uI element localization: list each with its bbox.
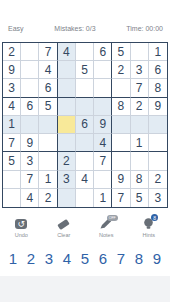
hints-label: Hints: [142, 232, 155, 238]
numpad-7[interactable]: 7: [112, 250, 130, 267]
cell-r6c3[interactable]: [39, 134, 57, 152]
pencil-icon: OFF: [99, 217, 114, 230]
numpad-5[interactable]: 5: [76, 250, 94, 267]
cell-r3c8[interactable]: 7: [131, 79, 149, 97]
cell-r3c9[interactable]: 8: [149, 79, 167, 97]
toolbar: ↺ Undo Clear OFF Notes: [0, 217, 170, 238]
cell-r1c9[interactable]: 1: [149, 43, 167, 61]
cell-r3c6[interactable]: [94, 79, 112, 97]
cell-r1c2[interactable]: [21, 43, 39, 61]
cell-r7c1[interactable]: 5: [3, 152, 21, 170]
cell-r3c2[interactable]: [21, 79, 39, 97]
cell-r1c8[interactable]: [131, 43, 149, 61]
cell-r4c9[interactable]: 9: [149, 98, 167, 116]
cell-r6c2[interactable]: 9: [21, 134, 39, 152]
number-pad: 123456789: [4, 250, 166, 267]
cell-r3c5[interactable]: [76, 79, 94, 97]
cell-r6c4[interactable]: [58, 134, 76, 152]
top-bar: Easy Mistakes: 0/3 Time: 00:00: [8, 25, 163, 32]
cell-r9c2[interactable]: 4: [21, 189, 39, 207]
undo-button[interactable]: ↺ Undo: [0, 217, 43, 238]
numpad-4[interactable]: 4: [58, 250, 76, 267]
cell-r9c5[interactable]: [76, 189, 94, 207]
undo-label: Undo: [15, 232, 28, 238]
cell-r5c4[interactable]: [58, 116, 76, 134]
cell-r6c7[interactable]: [112, 134, 130, 152]
cell-r7c5[interactable]: [76, 152, 94, 170]
footer-space: [0, 276, 170, 302]
cell-r1c1[interactable]: 2: [3, 43, 21, 61]
notes-badge: OFF: [107, 215, 118, 221]
cell-r1c4[interactable]: 4: [58, 43, 76, 61]
cell-r7c7[interactable]: [112, 152, 130, 170]
cell-r5c3[interactable]: [39, 116, 57, 134]
cell-r3c3[interactable]: 6: [39, 79, 57, 97]
cell-r4c5[interactable]: [76, 98, 94, 116]
cell-r6c9[interactable]: [149, 134, 167, 152]
cell-r8c6[interactable]: [94, 171, 112, 189]
cell-r7c3[interactable]: [39, 152, 57, 170]
cell-r9c6[interactable]: 1: [94, 189, 112, 207]
numpad-1[interactable]: 1: [4, 250, 22, 267]
cell-r2c3[interactable]: 4: [39, 61, 57, 79]
cell-r6c1[interactable]: 7: [3, 134, 21, 152]
numpad-8[interactable]: 8: [130, 250, 148, 267]
numpad-2[interactable]: 2: [22, 250, 40, 267]
cell-r3c4[interactable]: [58, 79, 76, 97]
cell-r1c3[interactable]: 7: [39, 43, 57, 61]
cell-r9c1[interactable]: [3, 189, 21, 207]
cell-r8c8[interactable]: 8: [131, 171, 149, 189]
cell-r7c6[interactable]: 7: [94, 152, 112, 170]
cell-r8c1[interactable]: [3, 171, 21, 189]
cell-r5c7[interactable]: [112, 116, 130, 134]
cell-r7c9[interactable]: [149, 152, 167, 170]
cell-r4c7[interactable]: 8: [112, 98, 130, 116]
cell-r2c6[interactable]: [94, 61, 112, 79]
cell-r5c1[interactable]: 1: [3, 116, 21, 134]
cell-r9c7[interactable]: 7: [112, 189, 130, 207]
cell-r6c6[interactable]: 4: [94, 134, 112, 152]
clear-label: Clear: [57, 232, 70, 238]
sudoku-app: Easy Mistakes: 0/3 Time: 00:00 274651945…: [0, 0, 170, 302]
cell-r7c4[interactable]: 2: [58, 152, 76, 170]
numpad-9[interactable]: 9: [148, 250, 166, 267]
cell-r9c4[interactable]: [58, 189, 76, 207]
cell-r2c1[interactable]: 9: [3, 61, 21, 79]
cell-r2c7[interactable]: 2: [112, 61, 130, 79]
cell-r4c3[interactable]: 5: [39, 98, 57, 116]
cell-r2c5[interactable]: 5: [76, 61, 94, 79]
cell-r4c4[interactable]: [58, 98, 76, 116]
cell-r5c6[interactable]: 9: [94, 116, 112, 134]
cell-r4c8[interactable]: 2: [131, 98, 149, 116]
cell-r3c1[interactable]: 3: [3, 79, 21, 97]
cell-r1c7[interactable]: 5: [112, 43, 130, 61]
notes-button[interactable]: OFF Notes: [85, 217, 128, 238]
cell-r6c8[interactable]: 1: [131, 134, 149, 152]
cell-r3c7[interactable]: [112, 79, 130, 97]
numpad-6[interactable]: 6: [94, 250, 112, 267]
cell-r8c7[interactable]: 9: [112, 171, 130, 189]
difficulty-label[interactable]: Easy: [8, 25, 24, 32]
bulb-icon: 8: [141, 217, 156, 230]
cell-r9c9[interactable]: 3: [149, 189, 167, 207]
eraser-icon: [56, 217, 71, 230]
cell-r8c9[interactable]: 2: [149, 171, 167, 189]
cell-r4c1[interactable]: 4: [3, 98, 21, 116]
cell-r9c3[interactable]: 2: [39, 189, 57, 207]
cell-r4c2[interactable]: 6: [21, 98, 39, 116]
notes-label: Notes: [99, 232, 113, 238]
undo-icon: ↺: [14, 217, 29, 230]
cell-r9c8[interactable]: 5: [131, 189, 149, 207]
cell-r6c5[interactable]: [76, 134, 94, 152]
numpad-3[interactable]: 3: [40, 250, 58, 267]
mistakes-label: Mistakes: 0/3: [54, 25, 95, 32]
cell-r1c5[interactable]: [76, 43, 94, 61]
cell-r2c4[interactable]: [58, 61, 76, 79]
cell-r2c9[interactable]: 6: [149, 61, 167, 79]
hints-button[interactable]: 8 Hints: [128, 217, 171, 238]
clear-button[interactable]: Clear: [43, 217, 86, 238]
cell-r1c6[interactable]: 6: [94, 43, 112, 61]
cell-r7c8[interactable]: [131, 152, 149, 170]
hints-badge: 8: [151, 214, 158, 221]
cell-r2c8[interactable]: 3: [131, 61, 149, 79]
cell-r7c2[interactable]: 3: [21, 152, 39, 170]
cell-r5c5[interactable]: 6: [76, 116, 94, 134]
sudoku-board: 2746519452363678465829169794153277134982…: [2, 42, 168, 208]
cell-r5c2[interactable]: [21, 116, 39, 134]
cell-r4c6[interactable]: [94, 98, 112, 116]
cell-r8c3[interactable]: 1: [39, 171, 57, 189]
cell-r5c9[interactable]: [149, 116, 167, 134]
time-label: Time: 00:00: [126, 25, 163, 32]
cell-r2c2[interactable]: [21, 61, 39, 79]
cell-r8c5[interactable]: 4: [76, 171, 94, 189]
cell-r8c2[interactable]: 7: [21, 171, 39, 189]
cell-r5c8[interactable]: [131, 116, 149, 134]
cell-r8c4[interactable]: 3: [58, 171, 76, 189]
